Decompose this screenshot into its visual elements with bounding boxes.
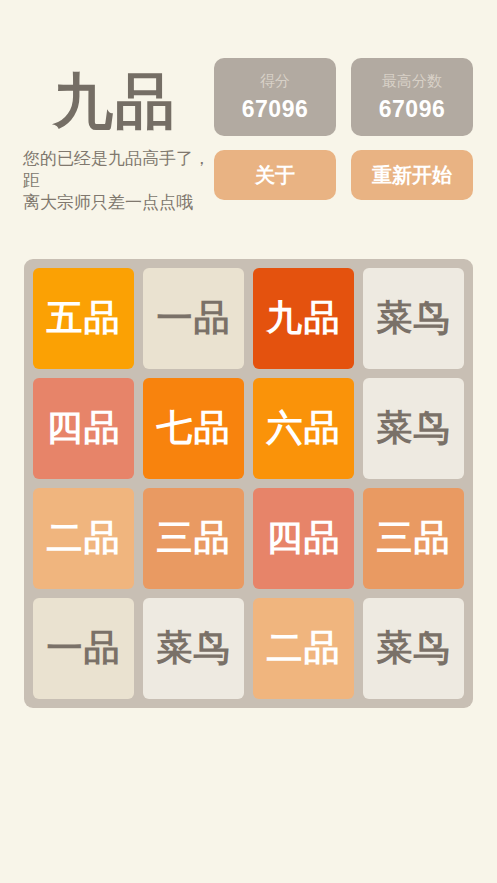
- best-score-label: 最高分数: [382, 72, 442, 91]
- tile: 二品: [253, 598, 354, 699]
- rank-status-text: 您的已经是九品高手了，距 离大宗师只差一点点哦: [23, 148, 218, 214]
- tile: 六品: [253, 378, 354, 479]
- tile: 菜鸟: [363, 378, 464, 479]
- about-button[interactable]: 关于: [214, 150, 336, 200]
- game-screen: 九品 您的已经是九品高手了，距 离大宗师只差一点点哦 得分 67096 最高分数…: [0, 0, 497, 883]
- tile: 四品: [33, 378, 134, 479]
- tile: 三品: [363, 488, 464, 589]
- restart-button[interactable]: 重新开始: [351, 150, 473, 200]
- tile: 菜鸟: [143, 598, 244, 699]
- rank-status-line1: 您的已经是九品高手了，距: [23, 148, 218, 192]
- rank-status-line2: 离大宗师只差一点点哦: [23, 192, 218, 214]
- game-board[interactable]: 五品 一品 九品 菜鸟 四品 七品 六品 菜鸟 二品 三品 四品 三品 一品 菜…: [24, 259, 473, 708]
- app-title: 九品: [20, 62, 210, 143]
- score-box: 得分 67096: [214, 58, 336, 136]
- tile: 一品: [33, 598, 134, 699]
- best-score-box: 最高分数 67096: [351, 58, 473, 136]
- tile: 九品: [253, 268, 354, 369]
- tile: 二品: [33, 488, 134, 589]
- tile: 一品: [143, 268, 244, 369]
- tile: 菜鸟: [363, 268, 464, 369]
- tile: 三品: [143, 488, 244, 589]
- score-label: 得分: [260, 72, 290, 91]
- tile: 菜鸟: [363, 598, 464, 699]
- score-value: 67096: [242, 96, 308, 123]
- tile: 七品: [143, 378, 244, 479]
- tile: 五品: [33, 268, 134, 369]
- best-score-value: 67096: [379, 96, 445, 123]
- tile: 四品: [253, 488, 354, 589]
